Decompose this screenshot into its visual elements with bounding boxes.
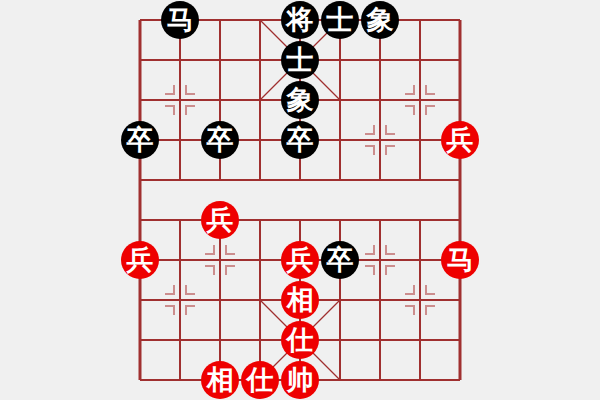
piece-black-elephant[interactable]: 象 (281, 81, 319, 119)
piece-black-pawn[interactable]: 卒 (121, 121, 159, 159)
point-marker (405, 285, 435, 315)
piece-red-elephant[interactable]: 相 (201, 361, 239, 399)
point-marker (205, 245, 235, 275)
piece-red-pawn[interactable]: 兵 (121, 241, 159, 279)
piece-red-pawn[interactable]: 兵 (201, 201, 239, 239)
piece-red-advisor[interactable]: 仕 (281, 321, 319, 359)
xiangqi-board: 马将士象士象卒卒卒兵兵兵兵卒马相仕相仕帅 (0, 0, 600, 400)
piece-black-advisor[interactable]: 士 (321, 1, 359, 39)
piece-black-general[interactable]: 将 (281, 1, 319, 39)
piece-black-pawn[interactable]: 卒 (321, 241, 359, 279)
point-marker (165, 285, 195, 315)
piece-red-elephant[interactable]: 相 (281, 281, 319, 319)
point-marker (365, 125, 395, 155)
piece-black-elephant[interactable]: 象 (361, 1, 399, 39)
point-marker (165, 85, 195, 115)
piece-red-horse[interactable]: 马 (441, 241, 479, 279)
piece-red-advisor[interactable]: 仕 (241, 361, 279, 399)
point-marker (405, 85, 435, 115)
piece-black-pawn[interactable]: 卒 (201, 121, 239, 159)
piece-red-king[interactable]: 帅 (281, 361, 319, 399)
piece-black-pawn[interactable]: 卒 (281, 121, 319, 159)
piece-red-pawn[interactable]: 兵 (281, 241, 319, 279)
piece-black-advisor[interactable]: 士 (281, 41, 319, 79)
point-marker (365, 245, 395, 275)
piece-red-pawn[interactable]: 兵 (441, 121, 479, 159)
piece-black-horse[interactable]: 马 (161, 1, 199, 39)
